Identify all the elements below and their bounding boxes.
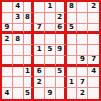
cell-r9c3[interactable]: 5 [24, 88, 35, 99]
cell-r2c2[interactable]: 3 [13, 13, 24, 24]
cell-r9c4[interactable] [34, 88, 45, 99]
cell-r2c6[interactable]: 2 [56, 13, 67, 24]
cell-r8c8[interactable]: 7 [77, 77, 88, 88]
cell-r5c4[interactable]: 1 [34, 45, 45, 56]
cell-r7c6[interactable]: 5 [56, 67, 67, 78]
cell-r1c1[interactable] [2, 2, 13, 13]
cell-r8c9[interactable] [88, 77, 99, 88]
cell-r4c7[interactable] [67, 34, 78, 45]
cell-r7c9[interactable]: 4 [88, 67, 99, 78]
cell-r2c1[interactable] [2, 13, 13, 24]
cell-r2c9[interactable] [88, 13, 99, 24]
cell-r7c5[interactable] [45, 67, 56, 78]
cell-r8c7[interactable]: 1 [67, 77, 78, 88]
cell-r3c4[interactable]: 7 [34, 24, 45, 35]
cell-r4c4[interactable] [34, 34, 45, 45]
cell-r3c5[interactable] [45, 24, 56, 35]
cell-r2c3[interactable]: 8 [24, 13, 35, 24]
cell-r8c3[interactable] [24, 77, 35, 88]
cell-r9c6[interactable] [56, 88, 67, 99]
cell-r3c3[interactable] [24, 24, 35, 35]
cell-r5c6[interactable]: 9 [56, 45, 67, 56]
cell-r6c9[interactable]: 7 [88, 56, 99, 67]
cell-r1c6[interactable] [56, 2, 67, 13]
cell-r2c5[interactable] [45, 13, 56, 24]
cell-r5c2[interactable] [13, 45, 24, 56]
cell-r9c7[interactable] [67, 88, 78, 99]
cell-r7c4[interactable]: 6 [34, 67, 45, 78]
cell-r5c9[interactable] [88, 45, 99, 56]
cell-r9c9[interactable] [88, 88, 99, 99]
cell-r4c1[interactable]: 2 [2, 34, 13, 45]
cell-r8c2[interactable] [13, 77, 24, 88]
cell-r7c7[interactable] [67, 67, 78, 78]
cell-r3c2[interactable] [13, 24, 24, 35]
cell-r9c2[interactable] [13, 88, 24, 99]
cell-r2c8[interactable] [77, 13, 88, 24]
cell-r9c5[interactable]: 9 [45, 88, 56, 99]
cell-r6c4[interactable] [34, 56, 45, 67]
cell-r6c8[interactable]: 9 [77, 56, 88, 67]
cell-r7c2[interactable] [13, 67, 24, 78]
cell-r5c1[interactable] [2, 45, 13, 56]
cell-r1c5[interactable]: 1 [45, 2, 56, 13]
cell-r1c3[interactable] [24, 2, 35, 13]
sudoku-board: 41823829765281599716542174592 [0, 0, 101, 101]
cell-r4c3[interactable] [24, 34, 35, 45]
cell-r3c6[interactable]: 6 [56, 24, 67, 35]
cell-r5c3[interactable] [24, 45, 35, 56]
cell-r1c4[interactable] [34, 2, 45, 13]
cell-r6c7[interactable] [67, 56, 78, 67]
cell-r1c2[interactable]: 4 [13, 2, 24, 13]
cell-r4c2[interactable]: 8 [13, 34, 24, 45]
cell-r7c1[interactable] [2, 67, 13, 78]
cell-r2c4[interactable] [34, 13, 45, 24]
cell-r5c5[interactable]: 5 [45, 45, 56, 56]
cell-r7c8[interactable] [77, 67, 88, 78]
cell-r3c1[interactable]: 9 [2, 24, 13, 35]
cell-r5c7[interactable] [67, 45, 78, 56]
cell-r8c1[interactable] [2, 77, 13, 88]
cell-r6c3[interactable] [24, 56, 35, 67]
cell-r6c6[interactable] [56, 56, 67, 67]
cell-r1c8[interactable] [77, 2, 88, 13]
cell-r6c5[interactable] [45, 56, 56, 67]
cell-r8c4[interactable]: 2 [34, 77, 45, 88]
cell-r4c9[interactable] [88, 34, 99, 45]
cell-r4c6[interactable] [56, 34, 67, 45]
cell-r7c3[interactable]: 1 [24, 67, 35, 78]
cell-r3c7[interactable]: 5 [67, 24, 78, 35]
cell-r1c9[interactable]: 2 [88, 2, 99, 13]
cell-r3c8[interactable] [77, 24, 88, 35]
cell-r6c1[interactable] [2, 56, 13, 67]
cell-r9c1[interactable]: 4 [2, 88, 13, 99]
cell-r8c5[interactable] [45, 77, 56, 88]
cell-r3c9[interactable] [88, 24, 99, 35]
cell-r4c8[interactable] [77, 34, 88, 45]
cell-r4c5[interactable] [45, 34, 56, 45]
cell-r8c6[interactable] [56, 77, 67, 88]
cell-r5c8[interactable] [77, 45, 88, 56]
cell-r2c7[interactable] [67, 13, 78, 24]
cell-r9c8[interactable]: 2 [77, 88, 88, 99]
cell-r1c7[interactable]: 8 [67, 2, 78, 13]
cell-r6c2[interactable] [13, 56, 24, 67]
